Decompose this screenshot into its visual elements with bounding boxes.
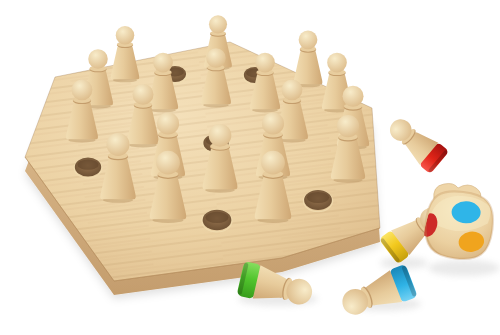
lying-peg-blue[interactable]	[337, 264, 418, 323]
hole-r4c4[interactable]	[303, 190, 332, 212]
peg-body	[294, 49, 323, 85]
peg-head	[153, 53, 173, 73]
hole-r3c0[interactable]	[74, 158, 102, 179]
peg-head	[116, 26, 135, 45]
peg-head	[209, 15, 227, 33]
lying-peg-red[interactable]	[383, 112, 449, 174]
piece-shadow	[428, 260, 500, 276]
peg-head	[88, 49, 108, 69]
peg-head	[261, 151, 285, 175]
peg-head	[262, 112, 284, 134]
peg-head	[209, 124, 232, 147]
peg-head	[342, 86, 363, 107]
memory-chess-scene	[0, 0, 500, 335]
peg-head	[72, 79, 93, 100]
peg-head	[133, 84, 154, 105]
color-die[interactable]	[416, 187, 496, 262]
scene-canvas	[0, 0, 500, 335]
peg-head	[156, 151, 180, 175]
peg-head	[282, 79, 303, 100]
peg-head	[206, 48, 225, 67]
peg-head	[299, 30, 318, 49]
peg-head	[157, 112, 179, 134]
hole-depth-shade	[307, 192, 329, 203]
peg-r0c4[interactable]	[294, 30, 323, 87]
peg-head	[337, 115, 359, 137]
peg-body	[111, 44, 139, 79]
peg-head	[255, 53, 275, 73]
hole-r4c2[interactable]	[202, 210, 232, 232]
peg-head	[106, 133, 129, 156]
hole-depth-shade	[77, 159, 98, 169]
peg-head	[327, 53, 347, 73]
peg-r0c0[interactable]	[111, 26, 139, 82]
hole-depth-shade	[206, 212, 229, 223]
